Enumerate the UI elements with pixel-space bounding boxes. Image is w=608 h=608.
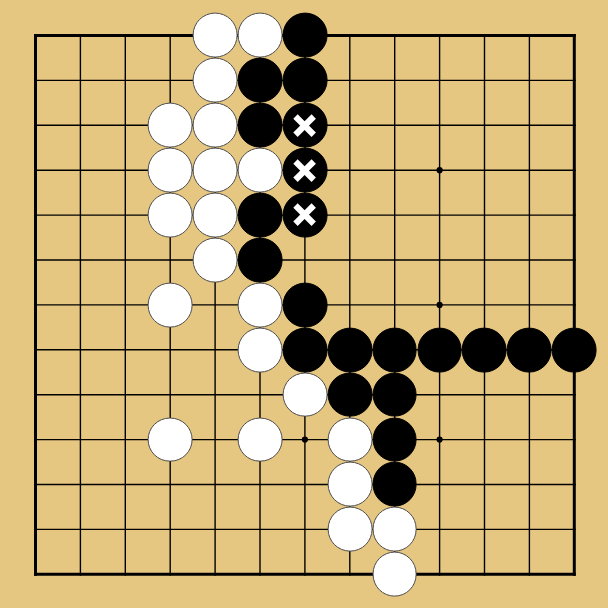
intersection-A4[interactable]: [13, 417, 58, 462]
intersection-L7[interactable]: [462, 282, 507, 327]
black-stone-J4[interactable]: [372, 417, 417, 462]
intersection-H3[interactable]: [327, 462, 372, 507]
intersection-F7[interactable]: [238, 282, 283, 327]
intersection-K1[interactable]: [417, 552, 462, 597]
intersection-H10[interactable]: [327, 148, 372, 193]
intersection-A2[interactable]: [13, 507, 58, 552]
intersection-J3[interactable]: [372, 462, 417, 507]
intersection-E6[interactable]: [193, 327, 238, 372]
white-stone-D11[interactable]: [148, 103, 193, 148]
intersection-J5[interactable]: [372, 372, 417, 417]
intersection-J1[interactable]: [372, 552, 417, 597]
intersection-K7[interactable]: [417, 282, 462, 327]
intersection-K3[interactable]: [417, 462, 462, 507]
intersection-K4[interactable]: [417, 417, 462, 462]
white-stone-H4[interactable]: [327, 417, 372, 462]
black-stone-G9[interactable]: [282, 193, 327, 238]
intersection-A5[interactable]: [13, 372, 58, 417]
intersection-D11[interactable]: [148, 103, 193, 148]
black-stone-J3[interactable]: [372, 462, 417, 507]
white-stone-D7[interactable]: [148, 282, 193, 327]
black-stone-F8[interactable]: [238, 238, 283, 283]
intersection-F4[interactable]: [238, 417, 283, 462]
intersection-L1[interactable]: [462, 552, 507, 597]
intersection-G13[interactable]: [282, 13, 327, 58]
intersection-C11[interactable]: [103, 103, 148, 148]
black-stone-G6[interactable]: [282, 327, 327, 372]
intersection-K8[interactable]: [417, 238, 462, 283]
intersection-L9[interactable]: [462, 193, 507, 238]
intersection-B1[interactable]: [58, 552, 103, 597]
black-stone-L6[interactable]: [462, 327, 507, 372]
black-stone-H5[interactable]: [327, 372, 372, 417]
intersection-J2[interactable]: [372, 507, 417, 552]
intersection-H11[interactable]: [327, 103, 372, 148]
intersection-A3[interactable]: [13, 462, 58, 507]
intersection-D9[interactable]: [148, 193, 193, 238]
white-stone-F7[interactable]: [238, 282, 283, 327]
white-stone-E13[interactable]: [193, 13, 238, 58]
intersection-M7[interactable]: [507, 282, 552, 327]
intersection-B13[interactable]: [58, 13, 103, 58]
intersection-F3[interactable]: [238, 462, 283, 507]
intersection-K13[interactable]: [417, 13, 462, 58]
intersection-E1[interactable]: [193, 552, 238, 597]
intersection-D12[interactable]: [148, 58, 193, 103]
intersection-E4[interactable]: [193, 417, 238, 462]
intersection-F13[interactable]: [238, 13, 283, 58]
black-stone-F9[interactable]: [238, 193, 283, 238]
intersection-N10[interactable]: [552, 148, 597, 193]
white-stone-J1[interactable]: [372, 552, 417, 597]
intersection-M9[interactable]: [507, 193, 552, 238]
white-stone-H3[interactable]: [327, 462, 372, 507]
black-stone-G10[interactable]: [282, 148, 327, 193]
intersection-K2[interactable]: [417, 507, 462, 552]
intersection-G4[interactable]: [282, 417, 327, 462]
intersection-F2[interactable]: [238, 507, 283, 552]
white-stone-E8[interactable]: [193, 238, 238, 283]
intersection-A12[interactable]: [13, 58, 58, 103]
intersection-B7[interactable]: [58, 282, 103, 327]
intersection-K9[interactable]: [417, 193, 462, 238]
intersection-J12[interactable]: [372, 58, 417, 103]
black-stone-J5[interactable]: [372, 372, 417, 417]
intersection-B4[interactable]: [58, 417, 103, 462]
intersection-H13[interactable]: [327, 13, 372, 58]
white-stone-F6[interactable]: [238, 327, 283, 372]
intersection-G11[interactable]: [282, 103, 327, 148]
black-stone-F11[interactable]: [238, 103, 283, 148]
intersection-D2[interactable]: [148, 507, 193, 552]
black-stone-F12[interactable]: [238, 58, 283, 103]
intersection-H7[interactable]: [327, 282, 372, 327]
intersection-K10[interactable]: [417, 148, 462, 193]
intersection-N9[interactable]: [552, 193, 597, 238]
black-stone-G7[interactable]: [282, 282, 327, 327]
intersection-G10[interactable]: [282, 148, 327, 193]
intersection-E9[interactable]: [193, 193, 238, 238]
intersection-G12[interactable]: [282, 58, 327, 103]
intersection-H8[interactable]: [327, 238, 372, 283]
white-stone-F4[interactable]: [238, 417, 283, 462]
intersection-B9[interactable]: [58, 193, 103, 238]
intersection-G5[interactable]: [282, 372, 327, 417]
intersection-F9[interactable]: [238, 193, 283, 238]
intersection-N5[interactable]: [552, 372, 597, 417]
intersection-N11[interactable]: [552, 103, 597, 148]
intersection-M3[interactable]: [507, 462, 552, 507]
white-stone-F13[interactable]: [238, 13, 283, 58]
intersection-G7[interactable]: [282, 282, 327, 327]
intersection-L3[interactable]: [462, 462, 507, 507]
intersection-M2[interactable]: [507, 507, 552, 552]
intersection-K5[interactable]: [417, 372, 462, 417]
intersection-D1[interactable]: [148, 552, 193, 597]
intersection-C9[interactable]: [103, 193, 148, 238]
intersection-D8[interactable]: [148, 238, 193, 283]
intersection-L2[interactable]: [462, 507, 507, 552]
intersection-J10[interactable]: [372, 148, 417, 193]
intersection-A8[interactable]: [13, 238, 58, 283]
intersection-C2[interactable]: [103, 507, 148, 552]
intersection-M12[interactable]: [507, 58, 552, 103]
intersection-N12[interactable]: [552, 58, 597, 103]
intersection-H4[interactable]: [327, 417, 372, 462]
intersection-M13[interactable]: [507, 13, 552, 58]
intersection-D6[interactable]: [148, 327, 193, 372]
intersection-N13[interactable]: [552, 13, 597, 58]
intersection-D7[interactable]: [148, 282, 193, 327]
intersection-K11[interactable]: [417, 103, 462, 148]
intersection-F10[interactable]: [238, 148, 283, 193]
intersection-G8[interactable]: [282, 238, 327, 283]
intersection-F11[interactable]: [238, 103, 283, 148]
intersection-H6[interactable]: [327, 327, 372, 372]
intersection-G1[interactable]: [282, 552, 327, 597]
intersection-K12[interactable]: [417, 58, 462, 103]
intersection-N7[interactable]: [552, 282, 597, 327]
white-stone-E9[interactable]: [193, 193, 238, 238]
intersection-L8[interactable]: [462, 238, 507, 283]
intersection-E11[interactable]: [193, 103, 238, 148]
intersection-B11[interactable]: [58, 103, 103, 148]
intersection-J7[interactable]: [372, 282, 417, 327]
black-stone-G12[interactable]: [282, 58, 327, 103]
intersection-B3[interactable]: [58, 462, 103, 507]
intersection-C8[interactable]: [103, 238, 148, 283]
intersection-F12[interactable]: [238, 58, 283, 103]
intersection-D10[interactable]: [148, 148, 193, 193]
intersection-C6[interactable]: [103, 327, 148, 372]
intersection-J6[interactable]: [372, 327, 417, 372]
intersection-F5[interactable]: [238, 372, 283, 417]
intersection-B5[interactable]: [58, 372, 103, 417]
stone-grid: [13, 13, 597, 597]
intersection-E2[interactable]: [193, 507, 238, 552]
intersection-M11[interactable]: [507, 103, 552, 148]
intersection-B10[interactable]: [58, 148, 103, 193]
x-mark: [292, 158, 317, 183]
white-stone-J2[interactable]: [372, 507, 417, 552]
intersection-C3[interactable]: [103, 462, 148, 507]
intersection-E7[interactable]: [193, 282, 238, 327]
intersection-E10[interactable]: [193, 148, 238, 193]
black-stone-G13[interactable]: [282, 13, 327, 58]
intersection-H9[interactable]: [327, 193, 372, 238]
intersection-H1[interactable]: [327, 552, 372, 597]
black-stone-N6[interactable]: [552, 327, 597, 372]
intersection-C1[interactable]: [103, 552, 148, 597]
intersection-N2[interactable]: [552, 507, 597, 552]
intersection-D3[interactable]: [148, 462, 193, 507]
intersection-L10[interactable]: [462, 148, 507, 193]
intersection-J13[interactable]: [372, 13, 417, 58]
intersection-G3[interactable]: [282, 462, 327, 507]
white-stone-H2[interactable]: [327, 507, 372, 552]
intersection-C10[interactable]: [103, 148, 148, 193]
black-stone-H6[interactable]: [327, 327, 372, 372]
white-stone-E12[interactable]: [193, 58, 238, 103]
intersection-A6[interactable]: [13, 327, 58, 372]
intersection-C13[interactable]: [103, 13, 148, 58]
intersection-L11[interactable]: [462, 103, 507, 148]
intersection-B8[interactable]: [58, 238, 103, 283]
intersection-F6[interactable]: [238, 327, 283, 372]
intersection-E13[interactable]: [193, 13, 238, 58]
intersection-A10[interactable]: [13, 148, 58, 193]
intersection-N6[interactable]: [552, 327, 597, 372]
intersection-M4[interactable]: [507, 417, 552, 462]
intersection-J11[interactable]: [372, 103, 417, 148]
intersection-G6[interactable]: [282, 327, 327, 372]
intersection-J4[interactable]: [372, 417, 417, 462]
intersection-C7[interactable]: [103, 282, 148, 327]
intersection-B6[interactable]: [58, 327, 103, 372]
intersection-L4[interactable]: [462, 417, 507, 462]
intersection-A9[interactable]: [13, 193, 58, 238]
intersection-E8[interactable]: [193, 238, 238, 283]
intersection-D4[interactable]: [148, 417, 193, 462]
intersection-A1[interactable]: [13, 552, 58, 597]
intersection-M6[interactable]: [507, 327, 552, 372]
intersection-M10[interactable]: [507, 148, 552, 193]
intersection-F1[interactable]: [238, 552, 283, 597]
intersection-N3[interactable]: [552, 462, 597, 507]
intersection-B2[interactable]: [58, 507, 103, 552]
intersection-M5[interactable]: [507, 372, 552, 417]
intersection-L12[interactable]: [462, 58, 507, 103]
intersection-H5[interactable]: [327, 372, 372, 417]
intersection-J9[interactable]: [372, 193, 417, 238]
intersection-E12[interactable]: [193, 58, 238, 103]
intersection-L13[interactable]: [462, 13, 507, 58]
intersection-A11[interactable]: [13, 103, 58, 148]
white-stone-E11[interactable]: [193, 103, 238, 148]
intersection-D5[interactable]: [148, 372, 193, 417]
intersection-B12[interactable]: [58, 58, 103, 103]
intersection-N8[interactable]: [552, 238, 597, 283]
white-stone-D10[interactable]: [148, 148, 193, 193]
intersection-F8[interactable]: [238, 238, 283, 283]
white-stone-E10[interactable]: [193, 148, 238, 193]
intersection-C5[interactable]: [103, 372, 148, 417]
intersection-A7[interactable]: [13, 282, 58, 327]
intersection-L6[interactable]: [462, 327, 507, 372]
intersection-G2[interactable]: [282, 507, 327, 552]
black-stone-M6[interactable]: [507, 327, 552, 372]
white-stone-D9[interactable]: [148, 193, 193, 238]
x-mark: [292, 113, 317, 138]
intersection-D13[interactable]: [148, 13, 193, 58]
black-stone-G11[interactable]: [282, 103, 327, 148]
intersection-J8[interactable]: [372, 238, 417, 283]
white-stone-G5[interactable]: [282, 372, 327, 417]
intersection-M1[interactable]: [507, 552, 552, 597]
intersection-N1[interactable]: [552, 552, 597, 597]
black-stone-J6[interactable]: [372, 327, 417, 372]
intersection-H12[interactable]: [327, 58, 372, 103]
intersection-N4[interactable]: [552, 417, 597, 462]
intersection-H2[interactable]: [327, 507, 372, 552]
intersection-G9[interactable]: [282, 193, 327, 238]
black-stone-K6[interactable]: [417, 327, 462, 372]
intersection-M8[interactable]: [507, 238, 552, 283]
intersection-L5[interactable]: [462, 372, 507, 417]
intersection-A13[interactable]: [13, 13, 58, 58]
white-stone-F10[interactable]: [238, 148, 283, 193]
intersection-K6[interactable]: [417, 327, 462, 372]
white-stone-D4[interactable]: [148, 417, 193, 462]
intersection-E5[interactable]: [193, 372, 238, 417]
go-board: [0, 0, 608, 608]
intersection-C4[interactable]: [103, 417, 148, 462]
intersection-C12[interactable]: [103, 58, 148, 103]
intersection-E3[interactable]: [193, 462, 238, 507]
x-mark: [292, 203, 317, 228]
